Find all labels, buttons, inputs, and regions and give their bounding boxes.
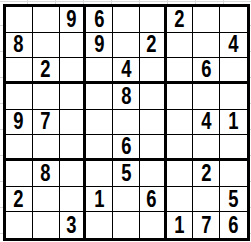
cell-r9c8[interactable]: 7 <box>193 212 220 238</box>
cell-r2c7[interactable] <box>167 33 194 59</box>
sudoku-page: 962892424689741685221653176 <box>0 0 251 242</box>
cell-r7c2[interactable]: 8 <box>33 161 60 187</box>
cell-digit: 2 <box>174 8 184 31</box>
cell-digit: 8 <box>14 33 24 56</box>
cell-r1c8[interactable] <box>193 7 220 33</box>
cell-digit: 8 <box>121 85 131 108</box>
cell-r5c2[interactable]: 7 <box>33 110 60 136</box>
cell-r7c1[interactable] <box>6 161 33 187</box>
cell-r2c8[interactable] <box>193 33 220 59</box>
cell-r6c5[interactable]: 6 <box>113 135 140 161</box>
cell-r2c1[interactable]: 8 <box>6 33 33 59</box>
cell-r4c5[interactable]: 8 <box>113 84 140 110</box>
cell-r3c3[interactable] <box>60 58 87 84</box>
cell-digit: 5 <box>228 188 238 211</box>
cell-r5c5[interactable] <box>113 110 140 136</box>
cell-digit: 9 <box>94 33 104 56</box>
cell-r6c9[interactable] <box>220 135 247 161</box>
cell-r1c9[interactable] <box>220 7 247 33</box>
cell-r4c7[interactable] <box>167 84 194 110</box>
cell-r9c5[interactable] <box>113 212 140 238</box>
cell-digit: 2 <box>41 58 51 81</box>
cell-r6c6[interactable] <box>140 135 167 161</box>
cell-r5c3[interactable] <box>60 110 87 136</box>
cell-digit: 4 <box>121 58 131 81</box>
cell-r3c9[interactable] <box>220 58 247 84</box>
cell-digit: 9 <box>66 8 76 31</box>
cell-digit: 7 <box>201 214 211 237</box>
cell-r1c6[interactable] <box>140 7 167 33</box>
cell-r1c2[interactable] <box>33 7 60 33</box>
faint-gridline-row-ticks-right <box>250 0 251 242</box>
cell-digit: 5 <box>121 162 131 185</box>
cell-r3c4[interactable] <box>86 58 113 84</box>
cell-r4c8[interactable] <box>193 84 220 110</box>
cell-r3c8[interactable]: 6 <box>193 58 220 84</box>
cell-r8c4[interactable]: 1 <box>86 187 113 213</box>
cell-r3c6[interactable] <box>140 58 167 84</box>
cell-digit: 4 <box>228 33 238 56</box>
cell-digit: 3 <box>66 214 76 237</box>
cell-r1c7[interactable]: 2 <box>167 7 194 33</box>
cell-r5c9[interactable]: 1 <box>220 110 247 136</box>
cell-r1c1[interactable] <box>6 7 33 33</box>
cell-digit: 1 <box>228 110 238 133</box>
cell-r8c9[interactable]: 5 <box>220 187 247 213</box>
cell-r2c5[interactable] <box>113 33 140 59</box>
cell-r2c4[interactable]: 9 <box>86 33 113 59</box>
cell-r7c5[interactable]: 5 <box>113 161 140 187</box>
cell-r6c7[interactable] <box>167 135 194 161</box>
cell-r6c2[interactable] <box>33 135 60 161</box>
cell-r7c4[interactable] <box>86 161 113 187</box>
cell-digit: 6 <box>147 188 157 211</box>
cell-r5c6[interactable] <box>140 110 167 136</box>
cell-r5c1[interactable]: 9 <box>6 110 33 136</box>
cell-r9c2[interactable] <box>33 212 60 238</box>
cell-r2c9[interactable]: 4 <box>220 33 247 59</box>
cell-r5c7[interactable] <box>167 110 194 136</box>
cell-r8c1[interactable]: 2 <box>6 187 33 213</box>
cell-digit: 1 <box>174 214 184 237</box>
cell-r7c3[interactable] <box>60 161 87 187</box>
cell-r6c4[interactable] <box>86 135 113 161</box>
cell-r9c7[interactable]: 1 <box>167 212 194 238</box>
cell-r5c4[interactable] <box>86 110 113 136</box>
cell-r4c1[interactable] <box>6 84 33 110</box>
cell-digit: 2 <box>201 162 211 185</box>
cell-r4c4[interactable] <box>86 84 113 110</box>
cell-r8c3[interactable] <box>60 187 87 213</box>
cell-r4c6[interactable] <box>140 84 167 110</box>
cell-r6c3[interactable] <box>60 135 87 161</box>
cell-r2c2[interactable] <box>33 33 60 59</box>
sudoku-board: 962892424689741685221653176 <box>3 4 250 241</box>
cell-r7c9[interactable] <box>220 161 247 187</box>
cell-r3c5[interactable]: 4 <box>113 58 140 84</box>
cell-digit: 2 <box>14 188 24 211</box>
cell-digit: 6 <box>121 135 131 158</box>
cell-r3c7[interactable] <box>167 58 194 84</box>
cell-r8c8[interactable] <box>193 187 220 213</box>
cell-digit: 1 <box>94 188 104 211</box>
cell-digit: 2 <box>147 33 157 56</box>
cell-r1c5[interactable] <box>113 7 140 33</box>
cell-r6c1[interactable] <box>6 135 33 161</box>
cell-digit: 6 <box>228 214 238 237</box>
cell-r8c5[interactable] <box>113 187 140 213</box>
cell-digit: 6 <box>201 58 211 81</box>
cell-digit: 7 <box>41 110 51 133</box>
cell-r7c6[interactable] <box>140 161 167 187</box>
cell-r3c1[interactable] <box>6 58 33 84</box>
cell-r7c8[interactable]: 2 <box>193 161 220 187</box>
cell-r7c7[interactable] <box>167 161 194 187</box>
cell-r4c3[interactable] <box>60 84 87 110</box>
cell-r5c8[interactable]: 4 <box>193 110 220 136</box>
cell-digit: 6 <box>94 8 104 31</box>
cell-r2c3[interactable] <box>60 33 87 59</box>
cell-digit: 9 <box>14 110 24 133</box>
cell-r8c2[interactable] <box>33 187 60 213</box>
cell-r9c9[interactable]: 6 <box>220 212 247 238</box>
cell-r9c1[interactable] <box>6 212 33 238</box>
cell-r3c2[interactable]: 2 <box>33 58 60 84</box>
cell-r1c4[interactable]: 6 <box>86 7 113 33</box>
cell-digit: 8 <box>41 162 51 185</box>
cell-r6c8[interactable] <box>193 135 220 161</box>
cell-r9c3[interactable]: 3 <box>60 212 87 238</box>
cell-r4c9[interactable] <box>220 84 247 110</box>
cell-r8c6[interactable]: 6 <box>140 187 167 213</box>
cell-digit: 4 <box>201 110 211 133</box>
cell-r1c3[interactable]: 9 <box>60 7 87 33</box>
cell-r9c4[interactable] <box>86 212 113 238</box>
cell-r4c2[interactable] <box>33 84 60 110</box>
cell-r8c7[interactable] <box>167 187 194 213</box>
cell-r9c6[interactable] <box>140 212 167 238</box>
cell-r2c6[interactable]: 2 <box>140 33 167 59</box>
